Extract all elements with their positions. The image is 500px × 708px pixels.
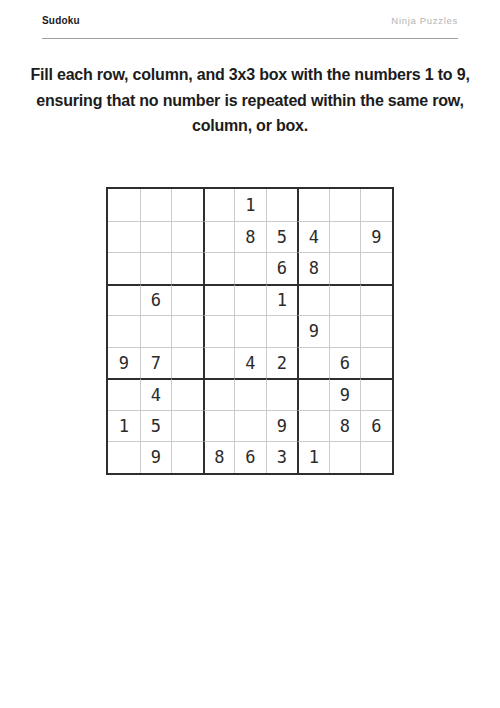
sudoku-cell-r3c9[interactable]	[360, 252, 392, 284]
sudoku-cell-r1c2[interactable]	[140, 189, 172, 221]
sudoku-cell-r9c1[interactable]	[108, 441, 140, 473]
sudoku-cell-r3c7: 8	[297, 252, 329, 284]
sudoku-cell-r6c9[interactable]	[360, 347, 392, 379]
sudoku-cell-r4c2: 6	[140, 284, 172, 316]
sudoku-cell-r2c3[interactable]	[171, 221, 203, 253]
sudoku-cell-r5c8[interactable]	[329, 315, 361, 347]
sudoku-cell-r5c1[interactable]	[108, 315, 140, 347]
sudoku-cell-r8c9: 6	[360, 410, 392, 442]
sudoku-cell-r3c8[interactable]	[329, 252, 361, 284]
sudoku-cell-r8c2: 5	[140, 410, 172, 442]
sudoku-cell-r7c5[interactable]	[234, 378, 266, 410]
sudoku-cell-r9c9[interactable]	[360, 441, 392, 473]
header: Sudoku Ninja Puzzles	[42, 15, 458, 26]
sudoku-cell-r4c6: 1	[266, 284, 298, 316]
sudoku-cell-r7c4[interactable]	[203, 378, 235, 410]
sudoku-cell-r7c7[interactable]	[297, 378, 329, 410]
sudoku-cell-r9c4: 8	[203, 441, 235, 473]
page-title: Sudoku	[42, 15, 80, 26]
instructions-line-3: column, or box.	[28, 113, 472, 139]
sudoku-cell-r5c3[interactable]	[171, 315, 203, 347]
sudoku-cell-r1c9[interactable]	[360, 189, 392, 221]
sudoku-cell-r6c4[interactable]	[203, 347, 235, 379]
sudoku-cell-r4c7[interactable]	[297, 284, 329, 316]
sudoku-cell-r5c7: 9	[297, 315, 329, 347]
sudoku-cell-r8c5[interactable]	[234, 410, 266, 442]
sudoku-cell-r8c4[interactable]	[203, 410, 235, 442]
sudoku-cell-r8c1: 1	[108, 410, 140, 442]
sudoku-cell-r3c6: 6	[266, 252, 298, 284]
sudoku-cell-r2c7: 4	[297, 221, 329, 253]
sudoku-cell-r3c2[interactable]	[140, 252, 172, 284]
sudoku-cell-r7c1[interactable]	[108, 378, 140, 410]
sudoku-cell-r7c2: 4	[140, 378, 172, 410]
sudoku-cell-r6c5: 4	[234, 347, 266, 379]
sudoku-cell-r5c6[interactable]	[266, 315, 298, 347]
sudoku-cell-r5c5[interactable]	[234, 315, 266, 347]
sudoku-cell-r2c4[interactable]	[203, 221, 235, 253]
sudoku-cell-r9c3[interactable]	[171, 441, 203, 473]
sudoku-cell-r6c1: 9	[108, 347, 140, 379]
sudoku-cell-r4c3[interactable]	[171, 284, 203, 316]
sudoku-cell-r2c1[interactable]	[108, 221, 140, 253]
sudoku-cell-r4c1[interactable]	[108, 284, 140, 316]
sudoku-cell-r1c7[interactable]	[297, 189, 329, 221]
sudoku-cell-r4c9[interactable]	[360, 284, 392, 316]
sudoku-cell-r8c8: 8	[329, 410, 361, 442]
sudoku-cell-r6c2: 7	[140, 347, 172, 379]
sudoku-grid: 185496861997426491598698631	[106, 187, 394, 475]
sudoku-cell-r6c6: 2	[266, 347, 298, 379]
sudoku-cell-r5c4[interactable]	[203, 315, 235, 347]
sudoku-cell-r3c4[interactable]	[203, 252, 235, 284]
sudoku-cell-r3c3[interactable]	[171, 252, 203, 284]
brand-label: Ninja Puzzles	[391, 15, 458, 26]
sudoku-cell-r7c6[interactable]	[266, 378, 298, 410]
sudoku-cell-r3c5[interactable]	[234, 252, 266, 284]
sudoku-cell-r8c7[interactable]	[297, 410, 329, 442]
sudoku-cell-r6c7[interactable]	[297, 347, 329, 379]
sudoku-cell-r7c8: 9	[329, 378, 361, 410]
sudoku-cell-r9c7: 1	[297, 441, 329, 473]
sudoku-cell-r1c1[interactable]	[108, 189, 140, 221]
page: Sudoku Ninja Puzzles Fill each row, colu…	[0, 0, 500, 708]
puzzle-instructions: Fill each row, column, and 3x3 box with …	[28, 62, 472, 139]
instructions-line-2: ensuring that no number is repeated with…	[28, 88, 472, 114]
sudoku-cell-r1c3[interactable]	[171, 189, 203, 221]
sudoku-cell-r6c8: 6	[329, 347, 361, 379]
sudoku-cell-r5c2[interactable]	[140, 315, 172, 347]
sudoku-cell-r1c5: 1	[234, 189, 266, 221]
sudoku-cell-r8c6: 9	[266, 410, 298, 442]
sudoku-cell-r2c9: 9	[360, 221, 392, 253]
sudoku-cell-r2c5: 8	[234, 221, 266, 253]
sudoku-cell-r2c6: 5	[266, 221, 298, 253]
sudoku-cell-r4c4[interactable]	[203, 284, 235, 316]
sudoku-cell-r2c8[interactable]	[329, 221, 361, 253]
sudoku-cell-r4c5[interactable]	[234, 284, 266, 316]
sudoku-cell-r9c5: 6	[234, 441, 266, 473]
sudoku-cell-r7c3[interactable]	[171, 378, 203, 410]
sudoku-cell-r6c3[interactable]	[171, 347, 203, 379]
sudoku-cell-r9c2: 9	[140, 441, 172, 473]
sudoku-cell-r4c8[interactable]	[329, 284, 361, 316]
sudoku-cell-r7c9[interactable]	[360, 378, 392, 410]
sudoku-cell-r1c6[interactable]	[266, 189, 298, 221]
sudoku-cell-r8c3[interactable]	[171, 410, 203, 442]
sudoku-cell-r5c9[interactable]	[360, 315, 392, 347]
header-divider	[42, 38, 458, 39]
instructions-line-1: Fill each row, column, and 3x3 box with …	[28, 62, 472, 88]
sudoku-cell-r1c8[interactable]	[329, 189, 361, 221]
sudoku-cell-r9c8[interactable]	[329, 441, 361, 473]
sudoku-cell-r9c6: 3	[266, 441, 298, 473]
sudoku-cell-r2c2[interactable]	[140, 221, 172, 253]
sudoku-cell-r1c4[interactable]	[203, 189, 235, 221]
sudoku-cell-r3c1[interactable]	[108, 252, 140, 284]
